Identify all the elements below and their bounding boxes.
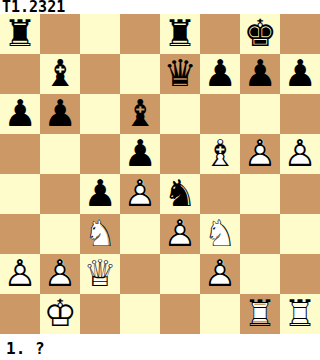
square-h7[interactable]: ♟: [280, 54, 320, 94]
square-e2[interactable]: [160, 254, 200, 294]
white-rook[interactable]: ♜♖: [240, 294, 280, 334]
square-b6[interactable]: ♟: [40, 94, 80, 134]
square-c5[interactable]: [80, 134, 120, 174]
square-d1[interactable]: [120, 294, 160, 334]
white-rook[interactable]: ♜♖: [280, 294, 320, 334]
square-h1[interactable]: ♜♖: [280, 294, 320, 334]
square-f7[interactable]: ♟: [200, 54, 240, 94]
black-pawn[interactable]: ♟: [0, 94, 40, 134]
square-h2[interactable]: [280, 254, 320, 294]
square-h5[interactable]: ♟♙: [280, 134, 320, 174]
square-h6[interactable]: [280, 94, 320, 134]
square-b1[interactable]: ♚♔: [40, 294, 80, 334]
white-pawn[interactable]: ♟♙: [200, 254, 240, 294]
chess-board: ♜♜♚♝♛♟♟♟♟♟♝♟♝♗♟♙♟♙♟♟♙♞♞♘♟♙♞♘♟♙♟♙♛♕♟♙♚♔♜♖…: [0, 14, 320, 334]
square-f4[interactable]: [200, 174, 240, 214]
move-prompt: 1. ?: [0, 334, 320, 360]
square-d8[interactable]: [120, 14, 160, 54]
black-queen[interactable]: ♛: [160, 54, 200, 94]
black-pawn[interactable]: ♟: [80, 174, 120, 214]
square-f2[interactable]: ♟♙: [200, 254, 240, 294]
white-piece-outline: ♔: [40, 294, 80, 334]
white-piece-outline: ♗: [200, 134, 240, 174]
white-knight[interactable]: ♞♘: [80, 214, 120, 254]
square-b8[interactable]: [40, 14, 80, 54]
white-piece-outline: ♖: [280, 294, 320, 334]
square-g8[interactable]: ♚: [240, 14, 280, 54]
white-pawn[interactable]: ♟♙: [280, 134, 320, 174]
square-g7[interactable]: ♟: [240, 54, 280, 94]
square-e4[interactable]: ♞: [160, 174, 200, 214]
square-g4[interactable]: [240, 174, 280, 214]
white-piece-outline: ♖: [240, 294, 280, 334]
square-e7[interactable]: ♛: [160, 54, 200, 94]
square-a7[interactable]: [0, 54, 40, 94]
square-f3[interactable]: ♞♘: [200, 214, 240, 254]
black-rook[interactable]: ♜: [0, 14, 40, 54]
square-c6[interactable]: [80, 94, 120, 134]
black-king[interactable]: ♚: [240, 14, 280, 54]
square-d2[interactable]: [120, 254, 160, 294]
chess-trainer-window: T1.2321 ♜♜♚♝♛♟♟♟♟♟♝♟♝♗♟♙♟♙♟♟♙♞♞♘♟♙♞♘♟♙♟♙…: [0, 0, 320, 360]
white-piece-outline: ♙: [200, 254, 240, 294]
square-a6[interactable]: ♟: [0, 94, 40, 134]
square-d7[interactable]: [120, 54, 160, 94]
black-bishop[interactable]: ♝: [120, 94, 160, 134]
square-e8[interactable]: ♜: [160, 14, 200, 54]
white-queen[interactable]: ♛♕: [80, 254, 120, 294]
white-piece-outline: ♕: [80, 254, 120, 294]
black-pawn[interactable]: ♟: [280, 54, 320, 94]
square-f6[interactable]: [200, 94, 240, 134]
white-piece-outline: ♙: [280, 134, 320, 174]
square-e6[interactable]: [160, 94, 200, 134]
black-pawn[interactable]: ♟: [40, 94, 80, 134]
square-d4[interactable]: ♟♙: [120, 174, 160, 214]
square-g2[interactable]: [240, 254, 280, 294]
square-f5[interactable]: ♝♗: [200, 134, 240, 174]
square-f8[interactable]: [200, 14, 240, 54]
square-b3[interactable]: [40, 214, 80, 254]
square-e5[interactable]: [160, 134, 200, 174]
white-piece-outline: ♙: [120, 174, 160, 214]
white-knight[interactable]: ♞♘: [200, 214, 240, 254]
square-c3[interactable]: ♞♘: [80, 214, 120, 254]
square-g1[interactable]: ♜♖: [240, 294, 280, 334]
square-h4[interactable]: [280, 174, 320, 214]
square-c7[interactable]: [80, 54, 120, 94]
square-c4[interactable]: ♟: [80, 174, 120, 214]
square-a1[interactable]: [0, 294, 40, 334]
black-knight[interactable]: ♞: [160, 174, 200, 214]
square-e3[interactable]: ♟♙: [160, 214, 200, 254]
black-pawn[interactable]: ♟: [120, 134, 160, 174]
white-piece-outline: ♙: [0, 254, 40, 294]
square-g3[interactable]: [240, 214, 280, 254]
square-d3[interactable]: [120, 214, 160, 254]
square-e1[interactable]: [160, 294, 200, 334]
white-piece-outline: ♙: [240, 134, 280, 174]
white-pawn[interactable]: ♟♙: [40, 254, 80, 294]
black-pawn[interactable]: ♟: [240, 54, 280, 94]
square-d5[interactable]: ♟: [120, 134, 160, 174]
square-c2[interactable]: ♛♕: [80, 254, 120, 294]
square-c1[interactable]: [80, 294, 120, 334]
square-f1[interactable]: [200, 294, 240, 334]
square-g6[interactable]: [240, 94, 280, 134]
square-g5[interactable]: ♟♙: [240, 134, 280, 174]
white-pawn[interactable]: ♟♙: [120, 174, 160, 214]
white-piece-outline: ♘: [80, 214, 120, 254]
square-b5[interactable]: [40, 134, 80, 174]
black-bishop[interactable]: ♝: [40, 54, 80, 94]
white-piece-outline: ♙: [160, 214, 200, 254]
square-d6[interactable]: ♝: [120, 94, 160, 134]
square-b2[interactable]: ♟♙: [40, 254, 80, 294]
square-c8[interactable]: [80, 14, 120, 54]
square-b4[interactable]: [40, 174, 80, 214]
square-h8[interactable]: [280, 14, 320, 54]
white-pawn[interactable]: ♟♙: [0, 254, 40, 294]
white-piece-outline: ♘: [200, 214, 240, 254]
square-a4[interactable]: [0, 174, 40, 214]
square-b7[interactable]: ♝: [40, 54, 80, 94]
white-bishop[interactable]: ♝♗: [200, 134, 240, 174]
square-h3[interactable]: [280, 214, 320, 254]
white-pawn[interactable]: ♟♙: [160, 214, 200, 254]
black-rook[interactable]: ♜: [160, 14, 200, 54]
black-pawn[interactable]: ♟: [200, 54, 240, 94]
square-a3[interactable]: [0, 214, 40, 254]
white-pawn[interactable]: ♟♙: [240, 134, 280, 174]
square-a5[interactable]: [0, 134, 40, 174]
white-piece-outline: ♙: [40, 254, 80, 294]
white-king[interactable]: ♚♔: [40, 294, 80, 334]
square-a2[interactable]: ♟♙: [0, 254, 40, 294]
square-a8[interactable]: ♜: [0, 14, 40, 54]
